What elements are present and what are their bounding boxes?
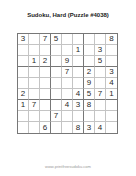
cell-r4c5: 7: [62, 67, 73, 78]
cell-r4c8: [95, 67, 106, 78]
cell-r5c7: 9: [84, 78, 95, 89]
cell-r5c8: [95, 78, 106, 89]
cell-r4c3: [40, 67, 51, 78]
cell-r8c9: [106, 111, 117, 122]
cell-r2c2: [29, 45, 40, 56]
cell-r4c2: [29, 67, 40, 78]
cell-r4c4: [51, 67, 62, 78]
cell-r3c6: [73, 56, 84, 67]
cell-r9c8: 4: [95, 122, 106, 133]
cell-r1c6: [73, 34, 84, 45]
cell-r2c3: [40, 45, 51, 56]
cell-r2c7: [84, 45, 95, 56]
cell-r8c8: [95, 111, 106, 122]
cell-r4c9: 3: [106, 67, 117, 78]
cell-r8c2: [29, 111, 40, 122]
cell-r3c9: [106, 56, 117, 67]
cell-r9c7: 3: [84, 122, 95, 133]
cell-r7c8: [95, 100, 106, 111]
sudoku-grid: 375813129572394245711743876834: [17, 33, 118, 134]
cell-r6c8: 7: [95, 89, 106, 100]
cell-r6c3: [40, 89, 51, 100]
cell-r2c1: [18, 45, 29, 56]
cell-r9c4: [51, 122, 62, 133]
cell-r7c9: [106, 100, 117, 111]
cell-r8c3: [40, 111, 51, 122]
cell-r8c7: [84, 111, 95, 122]
cell-r6c5: [62, 89, 73, 100]
cell-r1c8: [95, 34, 106, 45]
cell-r1c4: 5: [51, 34, 62, 45]
cell-r6c9: 1: [106, 89, 117, 100]
cell-r9c2: [29, 122, 40, 133]
cell-r7c7: 8: [84, 100, 95, 111]
cell-r5c5: [62, 78, 73, 89]
cell-r3c2: 1: [29, 56, 40, 67]
cell-r3c3: 2: [40, 56, 51, 67]
cell-r2c8: 3: [95, 45, 106, 56]
cell-r7c1: 1: [18, 100, 29, 111]
cell-r8c5: [62, 111, 73, 122]
cell-r3c4: [51, 56, 62, 67]
cell-r8c6: [73, 111, 84, 122]
cell-r4c7: 2: [84, 67, 95, 78]
puzzle-page: Sudoku, Hard (Puzzle #4038) 375813129572…: [0, 0, 136, 176]
cell-r9c6: 8: [73, 122, 84, 133]
cell-r5c1: [18, 78, 29, 89]
cell-r6c6: 4: [73, 89, 84, 100]
cell-r6c7: 5: [84, 89, 95, 100]
cell-r5c9: 4: [106, 78, 117, 89]
cell-r6c1: 2: [18, 89, 29, 100]
cell-r5c4: [51, 78, 62, 89]
cell-r1c2: [29, 34, 40, 45]
cell-r1c5: [62, 34, 73, 45]
cell-r9c3: 6: [40, 122, 51, 133]
cell-r8c1: [18, 111, 29, 122]
cell-r3c5: 9: [62, 56, 73, 67]
cell-r1c1: 3: [18, 34, 29, 45]
cell-r6c4: [51, 89, 62, 100]
cell-r9c1: [18, 122, 29, 133]
cell-r7c4: [51, 100, 62, 111]
cell-r2c9: [106, 45, 117, 56]
cell-r1c9: 8: [106, 34, 117, 45]
cell-r7c2: 7: [29, 100, 40, 111]
cell-r5c2: [29, 78, 40, 89]
cell-r3c8: 5: [95, 56, 106, 67]
cell-r1c7: [84, 34, 95, 45]
cell-r7c5: 4: [62, 100, 73, 111]
cell-r5c6: [73, 78, 84, 89]
puzzle-title: Sudoku, Hard (Puzzle #4038): [0, 12, 136, 18]
cell-r9c5: [62, 122, 73, 133]
cell-r9c9: [106, 122, 117, 133]
cell-r3c1: [18, 56, 29, 67]
cell-r8c4: 7: [51, 111, 62, 122]
cell-r4c6: [73, 67, 84, 78]
cell-r1c3: 7: [40, 34, 51, 45]
cell-r7c3: [40, 100, 51, 111]
cell-r2c4: [51, 45, 62, 56]
cell-r7c6: 3: [73, 100, 84, 111]
footer-url: www.printfreesudoku.com: [0, 164, 136, 169]
cell-r6c2: [29, 89, 40, 100]
cell-r2c6: 1: [73, 45, 84, 56]
cell-r5c3: [40, 78, 51, 89]
cell-r4c1: [18, 67, 29, 78]
cell-r3c7: [84, 56, 95, 67]
cell-r2c5: [62, 45, 73, 56]
